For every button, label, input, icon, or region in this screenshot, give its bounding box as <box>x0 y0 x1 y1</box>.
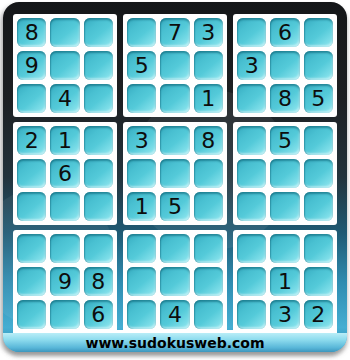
cell-r5c2[interactable]: 6 <box>50 159 79 188</box>
sudoku-box-9: 132 <box>233 230 337 333</box>
cell-r3c3[interactable] <box>84 84 113 113</box>
cell-r4c9[interactable] <box>304 126 333 155</box>
cell-r9c4[interactable] <box>127 300 156 329</box>
cell-r1c4[interactable] <box>127 18 156 47</box>
sudoku-box-5: 3815 <box>123 122 227 225</box>
cell-r6c8[interactable] <box>270 192 299 221</box>
cell-r1c1[interactable]: 8 <box>17 18 46 47</box>
cell-r8c7[interactable] <box>237 267 266 296</box>
sudoku-board-frame: 89473516385216381559864132 www.sudokuswe… <box>3 2 347 352</box>
cell-r2c5[interactable] <box>160 51 189 80</box>
cell-r8c2[interactable]: 9 <box>50 267 79 296</box>
cell-r8c4[interactable] <box>127 267 156 296</box>
cell-r8c6[interactable] <box>194 267 223 296</box>
cell-r1c7[interactable] <box>237 18 266 47</box>
cell-r4c4[interactable]: 3 <box>127 126 156 155</box>
sudoku-box-2: 7351 <box>123 14 227 117</box>
cell-r7c9[interactable] <box>304 234 333 263</box>
sudoku-page: 89473516385216381559864132 www.sudokuswe… <box>0 0 350 360</box>
cell-r6c9[interactable] <box>304 192 333 221</box>
footer-bar: www.sudokusweb.com <box>3 333 347 352</box>
cell-r2c8[interactable] <box>270 51 299 80</box>
cell-r7c3[interactable] <box>84 234 113 263</box>
sudoku-box-4: 216 <box>13 122 117 225</box>
sudoku-box-3: 6385 <box>233 14 337 117</box>
sudoku-box-7: 986 <box>13 230 117 333</box>
cell-r5c9[interactable] <box>304 159 333 188</box>
cell-r4c3[interactable] <box>84 126 113 155</box>
cell-r8c3[interactable]: 8 <box>84 267 113 296</box>
cell-r5c6[interactable] <box>194 159 223 188</box>
cell-r1c6[interactable]: 3 <box>194 18 223 47</box>
cell-r3c7[interactable] <box>237 84 266 113</box>
cell-r7c6[interactable] <box>194 234 223 263</box>
cell-r2c6[interactable] <box>194 51 223 80</box>
cell-r9c6[interactable] <box>194 300 223 329</box>
cell-r5c8[interactable] <box>270 159 299 188</box>
cell-r9c5[interactable]: 4 <box>160 300 189 329</box>
cell-r9c7[interactable] <box>237 300 266 329</box>
cell-r4c8[interactable]: 5 <box>270 126 299 155</box>
cell-r3c1[interactable] <box>17 84 46 113</box>
sudoku-box-1: 894 <box>13 14 117 117</box>
cell-r6c1[interactable] <box>17 192 46 221</box>
cell-r6c4[interactable]: 1 <box>127 192 156 221</box>
cell-r1c8[interactable]: 6 <box>270 18 299 47</box>
cell-r6c6[interactable] <box>194 192 223 221</box>
cell-r4c1[interactable]: 2 <box>17 126 46 155</box>
cell-r2c9[interactable] <box>304 51 333 80</box>
cell-r5c7[interactable] <box>237 159 266 188</box>
cell-r7c7[interactable] <box>237 234 266 263</box>
cell-r7c8[interactable] <box>270 234 299 263</box>
cell-r9c3[interactable]: 6 <box>84 300 113 329</box>
cell-r3c9[interactable]: 5 <box>304 84 333 113</box>
cell-r9c9[interactable]: 2 <box>304 300 333 329</box>
cell-r7c2[interactable] <box>50 234 79 263</box>
cell-r3c6[interactable]: 1 <box>194 84 223 113</box>
cell-r5c1[interactable] <box>17 159 46 188</box>
cell-r1c2[interactable] <box>50 18 79 47</box>
cell-r7c1[interactable] <box>17 234 46 263</box>
sudoku-box-8: 4 <box>123 230 227 333</box>
cell-r2c4[interactable]: 5 <box>127 51 156 80</box>
cell-r9c2[interactable] <box>50 300 79 329</box>
cell-r1c3[interactable] <box>84 18 113 47</box>
sudoku-box-6: 5 <box>233 122 337 225</box>
cell-r6c3[interactable] <box>84 192 113 221</box>
cell-r4c7[interactable] <box>237 126 266 155</box>
cell-r7c5[interactable] <box>160 234 189 263</box>
cell-r5c3[interactable] <box>84 159 113 188</box>
cell-r4c5[interactable] <box>160 126 189 155</box>
cell-r4c2[interactable]: 1 <box>50 126 79 155</box>
cell-r8c5[interactable] <box>160 267 189 296</box>
cell-r1c9[interactable] <box>304 18 333 47</box>
cell-r3c5[interactable] <box>160 84 189 113</box>
cell-r7c4[interactable] <box>127 234 156 263</box>
cell-r4c6[interactable]: 8 <box>194 126 223 155</box>
cell-r3c8[interactable]: 8 <box>270 84 299 113</box>
cell-r9c1[interactable] <box>17 300 46 329</box>
cell-r6c5[interactable]: 5 <box>160 192 189 221</box>
cell-r2c2[interactable] <box>50 51 79 80</box>
cell-r8c8[interactable]: 1 <box>270 267 299 296</box>
cell-r5c5[interactable] <box>160 159 189 188</box>
website-link[interactable]: www.sudokusweb.com <box>85 335 264 351</box>
sudoku-grid: 89473516385216381559864132 <box>13 14 337 333</box>
cell-r2c3[interactable] <box>84 51 113 80</box>
cell-r2c1[interactable]: 9 <box>17 51 46 80</box>
cell-r1c5[interactable]: 7 <box>160 18 189 47</box>
cell-r8c9[interactable] <box>304 267 333 296</box>
cell-r5c4[interactable] <box>127 159 156 188</box>
cell-r6c2[interactable] <box>50 192 79 221</box>
cell-r3c4[interactable] <box>127 84 156 113</box>
cell-r2c7[interactable]: 3 <box>237 51 266 80</box>
cell-r6c7[interactable] <box>237 192 266 221</box>
cell-r8c1[interactable] <box>17 267 46 296</box>
cell-r3c2[interactable]: 4 <box>50 84 79 113</box>
cell-r9c8[interactable]: 3 <box>270 300 299 329</box>
